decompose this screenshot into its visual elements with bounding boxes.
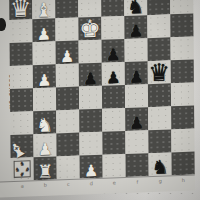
white-pawn-b7: ♟ xyxy=(37,27,51,44)
square-h7 xyxy=(170,14,193,38)
black-pawn-f7: ♟ xyxy=(129,23,143,40)
white-rook-b1: ♜ xyxy=(37,163,53,182)
black-knight-g1: ♞ xyxy=(152,157,169,177)
square-d2 xyxy=(79,132,102,156)
black-pawn-f3: ♟ xyxy=(130,115,144,132)
square-f2 xyxy=(125,130,148,154)
square-d5: ♟ xyxy=(79,63,102,87)
square-b6 xyxy=(33,41,56,65)
file-label-e: e xyxy=(103,179,126,186)
board-grid: ♛♝♞♟♚♟♟♟♟♟♟♟♛♞♟♝♟♞♞♞♞♜♟♞ xyxy=(9,0,194,181)
white-king-d7: ♚ xyxy=(79,17,101,42)
square-a8: ♛ xyxy=(9,0,32,20)
black-knight-f8: ♞ xyxy=(127,0,144,17)
square-h1 xyxy=(171,152,194,176)
square-e8 xyxy=(101,0,124,17)
square-c8 xyxy=(55,0,78,18)
square-c7 xyxy=(55,18,78,42)
file-label-b: b xyxy=(34,181,57,188)
square-c2 xyxy=(56,133,79,157)
white-pawn-b5: ♟ xyxy=(37,73,51,90)
white-bishop-b8: ♝ xyxy=(35,0,52,20)
black-queen-g5: ♛ xyxy=(148,60,170,85)
square-d3 xyxy=(79,109,102,133)
edge-branding: US CHESS xyxy=(0,68,10,114)
square-b4 xyxy=(33,87,56,111)
square-a2: ♝ xyxy=(10,134,33,158)
logo-knight-icon: ♞ xyxy=(24,166,29,172)
square-e4 xyxy=(102,85,125,109)
square-g3 xyxy=(148,106,171,130)
square-f4 xyxy=(125,84,148,108)
chess-board: US CHESS ♛♝♞♟♚♟♟♟♟♟♟♟♛♞♟♝♟♞♞♞♞♜♟♞ abcdef… xyxy=(0,0,195,197)
square-e5: ♟ xyxy=(102,62,125,86)
black-pawn-e5: ♟ xyxy=(106,70,120,87)
file-label-f: f xyxy=(126,178,149,185)
square-e1 xyxy=(103,154,126,178)
square-d7: ♚ xyxy=(78,17,101,41)
square-b1: ♜ xyxy=(34,156,57,180)
white-knight-b3: ♞ xyxy=(36,115,53,135)
square-d1: ♟ xyxy=(80,155,103,179)
square-g8 xyxy=(147,0,170,15)
square-h5 xyxy=(171,60,194,84)
square-a3 xyxy=(10,111,33,135)
logo-knight-icon: ♞ xyxy=(20,172,25,178)
square-a4 xyxy=(10,88,33,112)
square-b8: ♝ xyxy=(32,0,55,19)
square-f8: ♞ xyxy=(124,0,147,16)
file-label-h: h xyxy=(172,177,195,184)
white-pawn-b2: ♟ xyxy=(38,142,52,159)
white-queen-a8: ♛ xyxy=(10,0,32,21)
square-b3: ♞ xyxy=(33,110,56,134)
square-c4 xyxy=(56,87,79,111)
file-label-d: d xyxy=(80,180,103,187)
black-pawn-e6: ♟ xyxy=(106,47,120,64)
square-c6: ♟ xyxy=(56,41,79,65)
square-h6 xyxy=(170,37,193,61)
file-label-g: g xyxy=(149,177,172,184)
square-e6: ♟ xyxy=(102,39,125,63)
file-label-c: c xyxy=(57,181,80,188)
square-g2 xyxy=(148,129,171,153)
square-c3 xyxy=(56,110,79,134)
square-b5: ♟ xyxy=(33,64,56,88)
square-e7 xyxy=(101,16,124,40)
square-a6 xyxy=(10,42,33,66)
square-h2 xyxy=(171,129,194,153)
square-c5 xyxy=(56,64,79,88)
square-h8 xyxy=(170,0,193,14)
square-a5 xyxy=(10,65,33,89)
square-d4 xyxy=(79,86,102,110)
square-c1 xyxy=(57,156,80,180)
white-pawn-d1: ♟ xyxy=(84,163,98,180)
square-f7: ♟ xyxy=(124,15,147,39)
square-g1: ♞ xyxy=(149,152,172,176)
square-h3 xyxy=(171,106,194,130)
square-f1 xyxy=(126,153,149,177)
logo-knight-icon: ♞ xyxy=(15,166,20,172)
file-label-a: a xyxy=(11,182,34,189)
square-b7: ♟ xyxy=(32,18,55,42)
black-pawn-d5: ♟ xyxy=(83,71,97,88)
white-pawn-c6: ♟ xyxy=(60,49,74,66)
board-photo: US CHESS ♛♝♞♟♚♟♟♟♟♟♟♟♛♞♟♝♟♞♞♞♞♜♟♞ abcdef… xyxy=(0,0,200,200)
square-g7 xyxy=(147,14,170,38)
square-f6 xyxy=(125,38,148,62)
square-h4 xyxy=(171,83,194,107)
square-e2 xyxy=(102,131,125,155)
square-e3 xyxy=(102,108,125,132)
black-pawn-f5: ♟ xyxy=(129,69,143,86)
square-g5: ♛ xyxy=(148,60,171,84)
square-b2: ♟ xyxy=(33,133,56,157)
square-f5: ♟ xyxy=(125,61,148,85)
square-f3: ♟ xyxy=(125,107,148,131)
